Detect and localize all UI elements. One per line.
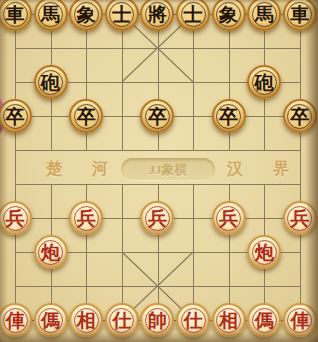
board-cell [86, 48, 122, 82]
piece-black-horse[interactable]: 馬 [34, 0, 68, 31]
app-badge: JJ象棋 [121, 158, 215, 181]
board-cell [193, 252, 229, 286]
piece-glyph: 士 [184, 4, 203, 25]
piece-black-advisor[interactable]: 士 [105, 0, 139, 31]
piece-black-soldier[interactable]: 卒 [212, 99, 246, 133]
board-cell [158, 48, 194, 82]
piece-glyph: 車 [290, 4, 309, 25]
board-cell [86, 252, 122, 286]
piece-black-soldier[interactable]: 卒 [283, 99, 317, 133]
piece-glyph: 象 [77, 4, 96, 25]
piece-red-general[interactable]: 帥 [140, 303, 174, 337]
piece-glyph: 炮 [41, 242, 60, 263]
piece-glyph: 卒 [148, 106, 167, 127]
piece-red-soldier[interactable]: 兵 [283, 201, 317, 235]
piece-glyph: 馬 [255, 4, 274, 25]
piece-red-chariot[interactable]: 俥 [283, 303, 317, 337]
piece-black-cannon[interactable]: 砲 [247, 65, 281, 99]
piece-glyph: 車 [6, 4, 25, 25]
piece-glyph: 卒 [219, 106, 238, 127]
piece-glyph: 仕 [112, 310, 131, 331]
piece-glyph: 砲 [41, 72, 60, 93]
piece-glyph: 卒 [6, 106, 25, 127]
piece-red-horse[interactable]: 傌 [247, 303, 281, 337]
piece-glyph: 炮 [255, 242, 274, 263]
piece-black-chariot[interactable]: 車 [283, 0, 317, 31]
piece-red-cannon[interactable]: 炮 [247, 235, 281, 269]
piece-glyph: 兵 [290, 208, 309, 229]
river-label-left: 楚 河 [46, 158, 121, 180]
piece-glyph: 兵 [77, 208, 96, 229]
piece-glyph: 傌 [41, 310, 60, 331]
board-cell [122, 48, 158, 82]
river-label-right: 汉 界 [227, 158, 302, 180]
piece-glyph: 卒 [77, 106, 96, 127]
piece-glyph: 俥 [290, 310, 309, 331]
piece-glyph: 兵 [6, 208, 25, 229]
piece-red-horse[interactable]: 傌 [34, 303, 68, 337]
piece-black-elephant[interactable]: 象 [212, 0, 246, 31]
piece-glyph: 仕 [184, 310, 203, 331]
piece-black-cannon[interactable]: 砲 [34, 65, 68, 99]
piece-red-cannon[interactable]: 炮 [34, 235, 68, 269]
piece-glyph: 俥 [6, 310, 25, 331]
piece-red-elephant[interactable]: 相 [69, 303, 103, 337]
board-cell [158, 252, 194, 286]
piece-red-chariot[interactable]: 俥 [0, 303, 32, 337]
piece-red-advisor[interactable]: 仕 [105, 303, 139, 337]
piece-glyph: 兵 [148, 208, 167, 229]
piece-glyph: 象 [219, 4, 238, 25]
piece-glyph: 相 [219, 310, 238, 331]
piece-glyph: 砲 [255, 72, 274, 93]
board-cell [193, 48, 229, 82]
piece-black-soldier[interactable]: 卒 [69, 99, 103, 133]
piece-red-elephant[interactable]: 相 [212, 303, 246, 337]
xiangqi-board[interactable]: 楚 河 汉 界 JJ象棋 車馬象士將士象馬車砲砲卒卒卒卒卒兵兵兵兵兵炮炮俥傌相仕… [0, 0, 318, 342]
piece-glyph: 兵 [219, 208, 238, 229]
piece-glyph: 卒 [290, 106, 309, 127]
piece-glyph: 士 [112, 4, 131, 25]
piece-glyph: 相 [77, 310, 96, 331]
piece-glyph: 帥 [148, 310, 167, 331]
piece-glyph: 馬 [41, 4, 60, 25]
piece-red-soldier[interactable]: 兵 [212, 201, 246, 235]
piece-glyph: 傌 [255, 310, 274, 331]
board-cell [122, 252, 158, 286]
piece-red-soldier[interactable]: 兵 [69, 201, 103, 235]
piece-glyph: 將 [148, 4, 167, 25]
piece-red-advisor[interactable]: 仕 [176, 303, 210, 337]
